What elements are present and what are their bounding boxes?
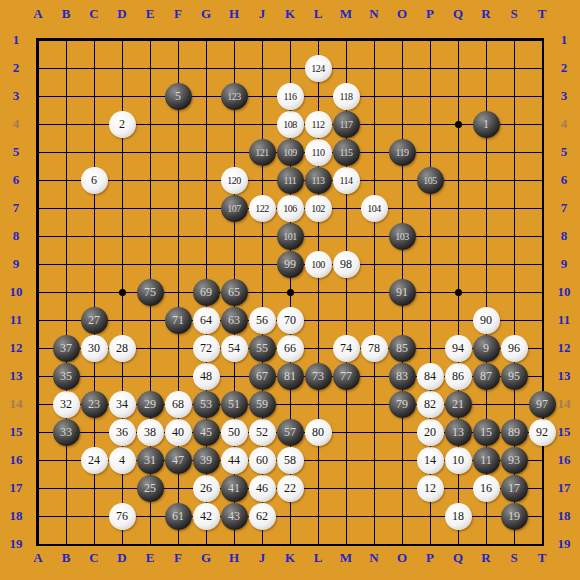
black-stone-m13[interactable]: 77 bbox=[333, 363, 360, 390]
white-stone-d15[interactable]: 36 bbox=[109, 419, 136, 446]
black-stone-c14[interactable]: 23 bbox=[81, 391, 108, 418]
white-stone-g11[interactable]: 64 bbox=[193, 307, 220, 334]
white-stone-c16[interactable]: 24 bbox=[81, 447, 108, 474]
black-stone-k8[interactable]: 101 bbox=[277, 223, 304, 250]
white-stone-l7[interactable]: 102 bbox=[305, 195, 332, 222]
white-stone-q12[interactable]: 94 bbox=[445, 335, 472, 362]
white-stone-q13[interactable]: 86 bbox=[445, 363, 472, 390]
black-stone-j14[interactable]: 59 bbox=[249, 391, 276, 418]
black-stone-r4[interactable]: 1 bbox=[473, 111, 500, 138]
white-stone-k3[interactable]: 116 bbox=[277, 83, 304, 110]
column-label-t: T bbox=[528, 1, 556, 27]
white-stone-k16[interactable]: 58 bbox=[277, 447, 304, 474]
white-stone-d14[interactable]: 34 bbox=[109, 391, 136, 418]
black-stone-e16[interactable]: 31 bbox=[137, 447, 164, 474]
black-stone-e17[interactable]: 25 bbox=[137, 475, 164, 502]
black-stone-s16[interactable]: 93 bbox=[501, 447, 528, 474]
white-stone-f14[interactable]: 68 bbox=[165, 391, 192, 418]
black-stone-o14[interactable]: 79 bbox=[389, 391, 416, 418]
white-stone-h12[interactable]: 54 bbox=[221, 335, 248, 362]
column-label-m: M bbox=[332, 1, 360, 27]
white-stone-j7[interactable]: 122 bbox=[249, 195, 276, 222]
white-stone-l9[interactable]: 100 bbox=[305, 251, 332, 278]
white-stone-p13[interactable]: 84 bbox=[417, 363, 444, 390]
white-stone-p16[interactable]: 14 bbox=[417, 447, 444, 474]
black-stone-q14[interactable]: 21 bbox=[445, 391, 472, 418]
column-label-n: N bbox=[360, 1, 388, 27]
white-stone-m9[interactable]: 98 bbox=[333, 251, 360, 278]
black-stone-f11[interactable]: 71 bbox=[165, 307, 192, 334]
column-label-e: E bbox=[136, 1, 164, 27]
white-stone-d18[interactable]: 76 bbox=[109, 503, 136, 530]
black-stone-s15[interactable]: 89 bbox=[501, 419, 528, 446]
black-stone-j5[interactable]: 121 bbox=[249, 139, 276, 166]
black-stone-h17[interactable]: 41 bbox=[221, 475, 248, 502]
black-stone-h14[interactable]: 51 bbox=[221, 391, 248, 418]
column-label-d: D bbox=[108, 1, 136, 27]
black-stone-h7[interactable]: 107 bbox=[221, 195, 248, 222]
black-stone-p6[interactable]: 105 bbox=[417, 167, 444, 194]
white-stone-t15[interactable]: 92 bbox=[529, 419, 556, 446]
black-stone-l13[interactable]: 73 bbox=[305, 363, 332, 390]
column-label-h: H bbox=[220, 1, 248, 27]
go-game-record-viewer: ABCDEFGHJKLMNOPQRST ABCDEFGHJKLMNOPQRST … bbox=[0, 0, 580, 580]
column-label-q: Q bbox=[444, 1, 472, 27]
black-stone-c11[interactable]: 27 bbox=[81, 307, 108, 334]
column-label-c: C bbox=[80, 1, 108, 27]
black-stone-f16[interactable]: 47 bbox=[165, 447, 192, 474]
black-stone-h3[interactable]: 123 bbox=[221, 83, 248, 110]
column-label-f: F bbox=[164, 1, 192, 27]
white-stone-g13[interactable]: 48 bbox=[193, 363, 220, 390]
white-stone-p14[interactable]: 82 bbox=[417, 391, 444, 418]
black-stone-q15[interactable]: 13 bbox=[445, 419, 472, 446]
white-stone-r11[interactable]: 90 bbox=[473, 307, 500, 334]
black-stone-o8[interactable]: 103 bbox=[389, 223, 416, 250]
column-label-k: K bbox=[276, 1, 304, 27]
white-stone-l4[interactable]: 112 bbox=[305, 111, 332, 138]
white-stone-h16[interactable]: 44 bbox=[221, 447, 248, 474]
black-stone-h10[interactable]: 65 bbox=[221, 279, 248, 306]
white-stone-q16[interactable]: 10 bbox=[445, 447, 472, 474]
white-stone-j16[interactable]: 60 bbox=[249, 447, 276, 474]
black-stone-b15[interactable]: 33 bbox=[53, 419, 80, 446]
column-label-a: A bbox=[24, 1, 52, 27]
white-stone-n7[interactable]: 104 bbox=[361, 195, 388, 222]
column-labels-top: ABCDEFGHJKLMNOPQRST bbox=[24, 1, 556, 27]
column-label-b: B bbox=[52, 1, 80, 27]
white-stone-c12[interactable]: 30 bbox=[81, 335, 108, 362]
white-stone-j11[interactable]: 56 bbox=[249, 307, 276, 334]
column-label-g: G bbox=[192, 1, 220, 27]
black-stone-b13[interactable]: 35 bbox=[53, 363, 80, 390]
white-stone-m12[interactable]: 74 bbox=[333, 335, 360, 362]
black-stone-o10[interactable]: 91 bbox=[389, 279, 416, 306]
black-stone-g14[interactable]: 53 bbox=[193, 391, 220, 418]
black-stone-r13[interactable]: 87 bbox=[473, 363, 500, 390]
white-stone-k17[interactable]: 22 bbox=[277, 475, 304, 502]
column-label-s: S bbox=[500, 1, 528, 27]
white-stone-d12[interactable]: 28 bbox=[109, 335, 136, 362]
white-stone-l2[interactable]: 124 bbox=[305, 55, 332, 82]
column-label-l: L bbox=[304, 1, 332, 27]
white-stone-g12[interactable]: 72 bbox=[193, 335, 220, 362]
white-stone-p15[interactable]: 20 bbox=[417, 419, 444, 446]
white-stone-j18[interactable]: 62 bbox=[249, 503, 276, 530]
black-stone-g16[interactable]: 39 bbox=[193, 447, 220, 474]
go-board[interactable]: 1245691011121314151617181920212223242526… bbox=[24, 26, 556, 558]
black-stone-r15[interactable]: 15 bbox=[473, 419, 500, 446]
black-stone-o5[interactable]: 119 bbox=[389, 139, 416, 166]
black-stone-o13[interactable]: 83 bbox=[389, 363, 416, 390]
black-stone-b12[interactable]: 37 bbox=[53, 335, 80, 362]
black-stone-f18[interactable]: 61 bbox=[165, 503, 192, 530]
white-stone-j17[interactable]: 46 bbox=[249, 475, 276, 502]
black-stone-k9[interactable]: 99 bbox=[277, 251, 304, 278]
black-stone-r12[interactable]: 9 bbox=[473, 335, 500, 362]
black-stone-k6[interactable]: 111 bbox=[277, 167, 304, 194]
white-stone-k12[interactable]: 66 bbox=[277, 335, 304, 362]
white-stone-l5[interactable]: 110 bbox=[305, 139, 332, 166]
black-stone-k13[interactable]: 81 bbox=[277, 363, 304, 390]
white-stone-c6[interactable]: 6 bbox=[81, 167, 108, 194]
white-stone-j15[interactable]: 52 bbox=[249, 419, 276, 446]
black-stone-r16[interactable]: 11 bbox=[473, 447, 500, 474]
white-stone-p17[interactable]: 12 bbox=[417, 475, 444, 502]
white-stone-m6[interactable]: 114 bbox=[333, 167, 360, 194]
stones-layer: 1245691011121314151617181920212223242526… bbox=[24, 26, 556, 558]
black-stone-g10[interactable]: 69 bbox=[193, 279, 220, 306]
white-stone-m3[interactable]: 118 bbox=[333, 83, 360, 110]
black-stone-h18[interactable]: 43 bbox=[221, 503, 248, 530]
white-stone-d4[interactable]: 2 bbox=[109, 111, 136, 138]
black-stone-j12[interactable]: 55 bbox=[249, 335, 276, 362]
black-stone-g15[interactable]: 45 bbox=[193, 419, 220, 446]
column-label-p: P bbox=[416, 1, 444, 27]
column-label-o: O bbox=[388, 1, 416, 27]
black-stone-t14[interactable]: 97 bbox=[529, 391, 556, 418]
black-stone-h11[interactable]: 63 bbox=[221, 307, 248, 334]
column-label-j: J bbox=[248, 1, 276, 27]
black-stone-s13[interactable]: 95 bbox=[501, 363, 528, 390]
black-stone-m5[interactable]: 115 bbox=[333, 139, 360, 166]
black-stone-e14[interactable]: 29 bbox=[137, 391, 164, 418]
white-stone-h15[interactable]: 50 bbox=[221, 419, 248, 446]
white-stone-k4[interactable]: 108 bbox=[277, 111, 304, 138]
black-stone-o12[interactable]: 85 bbox=[389, 335, 416, 362]
white-stone-q18[interactable]: 18 bbox=[445, 503, 472, 530]
white-stone-l15[interactable]: 80 bbox=[305, 419, 332, 446]
white-stone-s12[interactable]: 96 bbox=[501, 335, 528, 362]
black-stone-m4[interactable]: 117 bbox=[333, 111, 360, 138]
white-stone-f15[interactable]: 40 bbox=[165, 419, 192, 446]
black-stone-s18[interactable]: 19 bbox=[501, 503, 528, 530]
black-stone-e10[interactable]: 75 bbox=[137, 279, 164, 306]
white-stone-g17[interactable]: 26 bbox=[193, 475, 220, 502]
column-label-r: R bbox=[472, 1, 500, 27]
white-stone-r17[interactable]: 16 bbox=[473, 475, 500, 502]
black-stone-s17[interactable]: 17 bbox=[501, 475, 528, 502]
black-stone-f3[interactable]: 5 bbox=[165, 83, 192, 110]
white-stone-g18[interactable]: 42 bbox=[193, 503, 220, 530]
white-stone-n12[interactable]: 78 bbox=[361, 335, 388, 362]
white-stone-d16[interactable]: 4 bbox=[109, 447, 136, 474]
white-stone-b14[interactable]: 32 bbox=[53, 391, 80, 418]
black-stone-k5[interactable]: 109 bbox=[277, 139, 304, 166]
white-stone-e15[interactable]: 38 bbox=[137, 419, 164, 446]
white-stone-h6[interactable]: 120 bbox=[221, 167, 248, 194]
white-stone-k11[interactable]: 70 bbox=[277, 307, 304, 334]
black-stone-k15[interactable]: 57 bbox=[277, 419, 304, 446]
white-stone-k7[interactable]: 106 bbox=[277, 195, 304, 222]
black-stone-l6[interactable]: 113 bbox=[305, 167, 332, 194]
black-stone-j13[interactable]: 67 bbox=[249, 363, 276, 390]
